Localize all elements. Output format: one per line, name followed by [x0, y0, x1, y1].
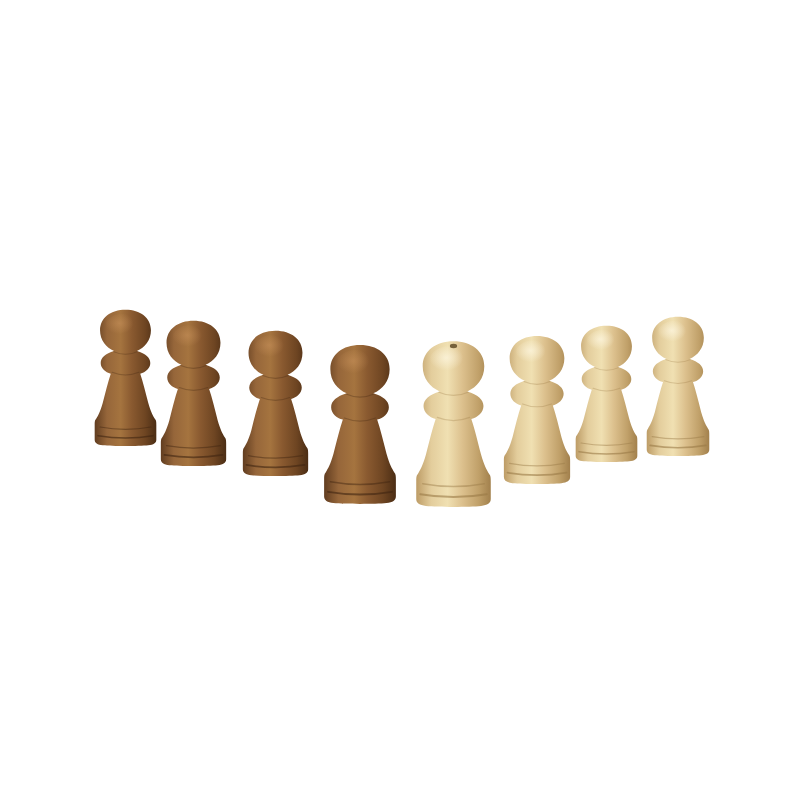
- dark-pawn-2: [158, 318, 229, 467]
- dark-pawn-1: [92, 307, 159, 447]
- pawn-shape-icon: [413, 338, 494, 508]
- light-pawn-2: [501, 333, 573, 485]
- product-photo: [0, 0, 800, 800]
- dark-pawn-3: [240, 328, 311, 477]
- pawn-shape-icon: [240, 328, 311, 477]
- pawn-shape-icon: [158, 318, 229, 467]
- dark-pawn-4: [321, 342, 399, 505]
- pawn-shape-icon: [644, 314, 712, 457]
- pawn-shape-icon: [501, 333, 573, 485]
- pawn-shape-icon: [573, 323, 640, 463]
- pawn-shape-icon: [92, 307, 159, 447]
- pawn-scene: [0, 0, 800, 800]
- light-pawn-1: [413, 338, 494, 508]
- pawn-shape-icon: [321, 342, 399, 505]
- light-pawn-3: [573, 323, 640, 463]
- light-pawn-4: [644, 314, 712, 457]
